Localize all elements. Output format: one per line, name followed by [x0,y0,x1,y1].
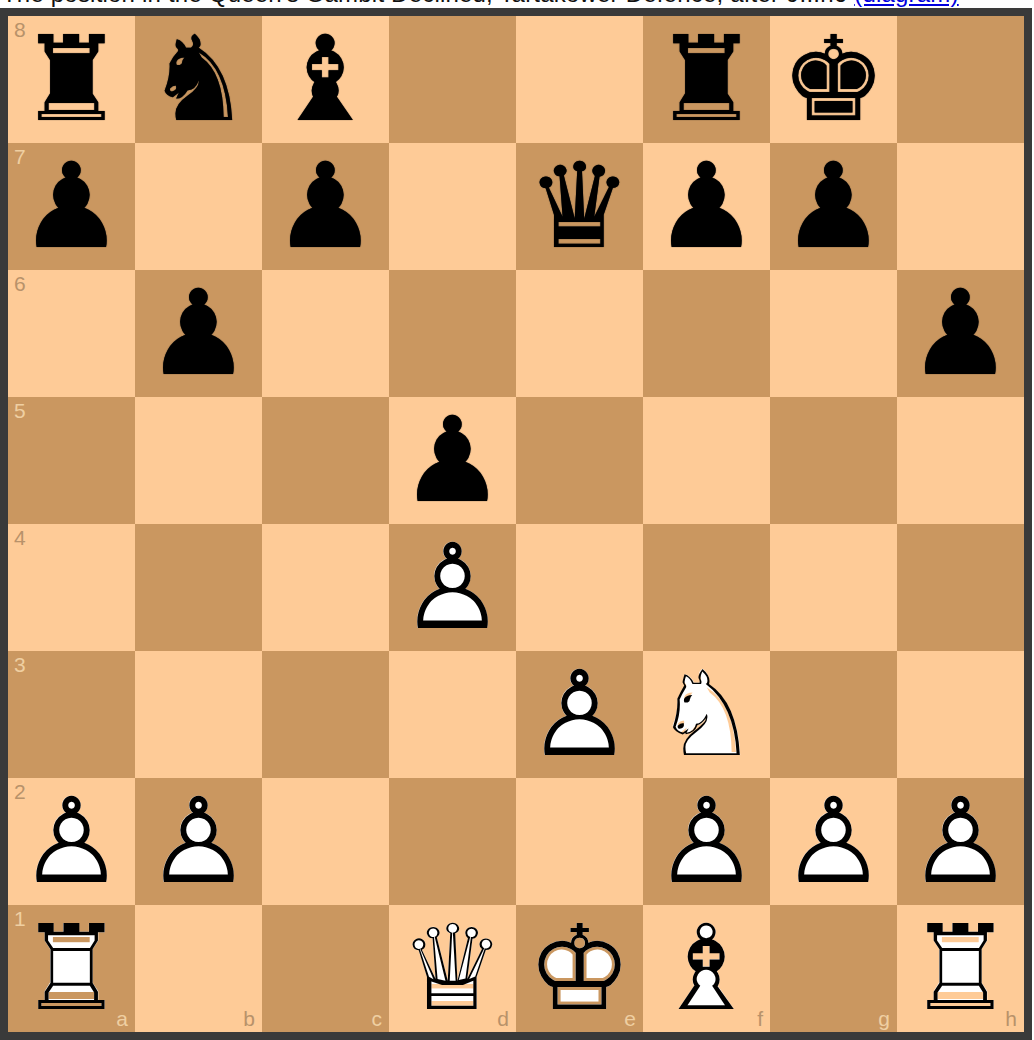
file-label-g: g [878,1008,890,1029]
rank-label-5: 5 [14,400,26,421]
black-rook-a8[interactable]: ♜ [8,16,135,143]
square-g7[interactable]: ♟ [770,143,897,270]
square-e8[interactable] [516,16,643,143]
square-g2[interactable]: ♟♙ [770,778,897,905]
chess-board: 8♜♞♝♜♚7♟♟♛♟♟6♟♟5♟4♟♙3♟♙♞♘2♟♙♟♙♟♙♟♙♟♙1a♜♖… [8,16,1024,1032]
piece-glyph-fill: ♚ [770,16,897,143]
square-b1[interactable]: b [135,905,262,1032]
square-a7[interactable]: 7♟ [8,143,135,270]
square-g1[interactable]: g [770,905,897,1032]
square-f4[interactable] [643,524,770,651]
square-b6[interactable]: ♟ [135,270,262,397]
black-pawn-b6[interactable]: ♟ [135,270,262,397]
square-c3[interactable] [262,651,389,778]
piece-glyph-outline: ♕ [389,905,516,1032]
white-pawn-e3[interactable]: ♟♙ [516,651,643,778]
black-pawn-g7[interactable]: ♟ [770,143,897,270]
square-a6[interactable]: 6 [8,270,135,397]
rank-label-4: 4 [14,527,26,548]
white-queen-d1[interactable]: ♛♕ [389,905,516,1032]
white-pawn-b2[interactable]: ♟♙ [135,778,262,905]
white-pawn-d4[interactable]: ♟♙ [389,524,516,651]
white-king-e1[interactable]: ♚♔ [516,905,643,1032]
square-e6[interactable] [516,270,643,397]
piece-glyph-outline: ♗ [643,905,770,1032]
square-f2[interactable]: ♟♙ [643,778,770,905]
square-h6[interactable]: ♟ [897,270,1024,397]
piece-glyph-outline: ♖ [897,905,1024,1032]
black-king-g8[interactable]: ♚ [770,16,897,143]
piece-glyph-fill: ♟ [643,143,770,270]
caption-text: The position in the Queen's Gambit Decli… [2,0,854,7]
square-f5[interactable] [643,397,770,524]
square-e2[interactable] [516,778,643,905]
square-a4[interactable]: 4 [8,524,135,651]
rank-label-6: 6 [14,273,26,294]
square-f7[interactable]: ♟ [643,143,770,270]
piece-glyph-fill: ♟ [8,143,135,270]
piece-glyph-outline: ♙ [389,524,516,651]
square-c8[interactable]: ♝ [262,16,389,143]
square-h4[interactable] [897,524,1024,651]
white-knight-f3[interactable]: ♞♘ [643,651,770,778]
square-c5[interactable] [262,397,389,524]
square-g3[interactable] [770,651,897,778]
square-c4[interactable] [262,524,389,651]
square-h7[interactable] [897,143,1024,270]
black-pawn-h6[interactable]: ♟ [897,270,1024,397]
piece-glyph-fill: ♞ [135,16,262,143]
white-rook-h1[interactable]: ♜♖ [897,905,1024,1032]
white-pawn-a2[interactable]: ♟♙ [8,778,135,905]
black-pawn-f7[interactable]: ♟ [643,143,770,270]
piece-glyph-fill: ♟ [389,397,516,524]
square-a8[interactable]: 8♜ [8,16,135,143]
piece-glyph-fill: ♟ [262,143,389,270]
piece-glyph-outline: ♙ [770,778,897,905]
square-b2[interactable]: ♟♙ [135,778,262,905]
white-pawn-h2[interactable]: ♟♙ [897,778,1024,905]
file-label-b: b [243,1008,255,1029]
square-b4[interactable] [135,524,262,651]
piece-glyph-outline: ♙ [897,778,1024,905]
square-e4[interactable] [516,524,643,651]
piece-glyph-outline: ♙ [643,778,770,905]
square-d2[interactable] [389,778,516,905]
black-bishop-c8[interactable]: ♝ [262,16,389,143]
square-d6[interactable] [389,270,516,397]
square-c2[interactable] [262,778,389,905]
black-knight-b8[interactable]: ♞ [135,16,262,143]
square-d7[interactable] [389,143,516,270]
piece-glyph-fill: ♟ [897,270,1024,397]
piece-glyph-outline: ♔ [516,905,643,1032]
square-b8[interactable]: ♞ [135,16,262,143]
square-b3[interactable] [135,651,262,778]
square-d8[interactable] [389,16,516,143]
white-pawn-g2[interactable]: ♟♙ [770,778,897,905]
black-queen-e7[interactable]: ♛ [516,143,643,270]
square-a5[interactable]: 5 [8,397,135,524]
piece-glyph-fill: ♝ [262,16,389,143]
piece-glyph-outline: ♙ [8,778,135,905]
square-h5[interactable] [897,397,1024,524]
file-label-c: c [372,1008,383,1029]
cropped-caption: The position in the Queen's Gambit Decli… [0,0,1034,8]
square-e5[interactable] [516,397,643,524]
square-g6[interactable] [770,270,897,397]
square-b5[interactable] [135,397,262,524]
piece-glyph-fill: ♜ [643,16,770,143]
rank-label-3: 3 [14,654,26,675]
square-e1[interactable]: e♚♔ [516,905,643,1032]
square-d4[interactable]: ♟♙ [389,524,516,651]
white-bishop-f1[interactable]: ♝♗ [643,905,770,1032]
square-h2[interactable]: ♟♙ [897,778,1024,905]
square-g8[interactable]: ♚ [770,16,897,143]
square-c7[interactable]: ♟ [262,143,389,270]
black-pawn-d5[interactable]: ♟ [389,397,516,524]
square-f3[interactable]: ♞♘ [643,651,770,778]
chess-board-frame: 8♜♞♝♜♚7♟♟♛♟♟6♟♟5♟4♟♙3♟♙♞♘2♟♙♟♙♟♙♟♙♟♙1a♜♖… [0,8,1032,1040]
square-e3[interactable]: ♟♙ [516,651,643,778]
piece-glyph-fill: ♜ [8,16,135,143]
square-a1[interactable]: 1a♜♖ [8,905,135,1032]
piece-glyph-fill: ♟ [135,270,262,397]
white-rook-a1[interactable]: ♜♖ [8,905,135,1032]
white-pawn-f2[interactable]: ♟♙ [643,778,770,905]
square-h3[interactable] [897,651,1024,778]
square-b7[interactable] [135,143,262,270]
piece-glyph-fill: ♟ [770,143,897,270]
piece-glyph-outline: ♘ [643,651,770,778]
square-f8[interactable]: ♜ [643,16,770,143]
piece-glyph-fill: ♛ [516,143,643,270]
square-d1[interactable]: d♛♕ [389,905,516,1032]
square-h8[interactable] [897,16,1024,143]
black-rook-f8[interactable]: ♜ [643,16,770,143]
square-a3[interactable]: 3 [8,651,135,778]
square-d5[interactable]: ♟ [389,397,516,524]
square-c6[interactable] [262,270,389,397]
caption-diagram-link[interactable]: (diagram) [854,0,959,7]
black-pawn-c7[interactable]: ♟ [262,143,389,270]
square-e7[interactable]: ♛ [516,143,643,270]
square-f1[interactable]: f♝♗ [643,905,770,1032]
square-h1[interactable]: h♜♖ [897,905,1024,1032]
piece-glyph-outline: ♙ [135,778,262,905]
square-d3[interactable] [389,651,516,778]
black-pawn-a7[interactable]: ♟ [8,143,135,270]
square-g4[interactable] [770,524,897,651]
square-g5[interactable] [770,397,897,524]
piece-glyph-outline: ♖ [8,905,135,1032]
square-a2[interactable]: 2♟♙ [8,778,135,905]
square-f6[interactable] [643,270,770,397]
piece-glyph-outline: ♙ [516,651,643,778]
square-c1[interactable]: c [262,905,389,1032]
